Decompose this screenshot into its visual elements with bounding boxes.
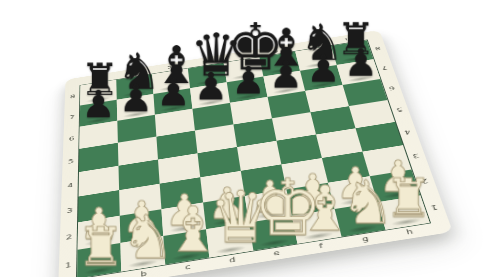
board-photo-scene: 87654321 87654321 abcdefgh abcdefgh ♜♞♝♛… <box>0 0 500 277</box>
rank-label: 8 <box>65 86 81 109</box>
black-pawn-a7[interactable]: ♟ <box>80 86 118 122</box>
black-pawn-d7[interactable]: ♟ <box>192 68 230 104</box>
rank-label: 7 <box>64 106 80 130</box>
black-pawn-f7[interactable]: ♟ <box>267 56 305 92</box>
black-pawn-b7[interactable]: ♟ <box>117 80 155 116</box>
black-pawn-c7[interactable]: ♟ <box>155 74 193 110</box>
black-pawn-h7[interactable]: ♟ <box>342 44 380 80</box>
square-e6[interactable] <box>230 97 272 124</box>
rank-label: 2 <box>59 222 78 252</box>
square-f6[interactable] <box>268 91 311 118</box>
white-knight-b1[interactable]: ♞ <box>121 209 166 266</box>
square-b4[interactable] <box>118 160 159 191</box>
rank-label: 1 <box>58 250 77 277</box>
white-rook-a1[interactable]: ♜ <box>77 222 122 273</box>
square-h6[interactable] <box>343 79 388 106</box>
square-e1[interactable]: ♚ <box>249 216 298 251</box>
square-g1[interactable]: ♞ <box>335 202 386 236</box>
rank-label: 5 <box>62 149 79 175</box>
white-knight-g1[interactable]: ♞ <box>341 174 386 231</box>
vinyl-chessboard: 87654321 87654321 abcdefgh abcdefgh ♜♞♝♛… <box>58 30 453 277</box>
white-king-e1[interactable]: ♚ <box>253 171 298 245</box>
black-pawn-e7[interactable]: ♟ <box>230 62 268 98</box>
square-d6[interactable] <box>192 103 233 131</box>
rank-label: 4 <box>61 172 79 199</box>
square-c5[interactable] <box>156 130 197 159</box>
rank-label: 3 <box>60 197 78 226</box>
black-pawn-g7[interactable]: ♟ <box>305 50 343 86</box>
square-a1[interactable]: ♜ <box>77 243 121 277</box>
rank-label: 6 <box>63 127 80 152</box>
square-a6[interactable] <box>79 121 118 149</box>
square-b6[interactable] <box>117 115 156 143</box>
